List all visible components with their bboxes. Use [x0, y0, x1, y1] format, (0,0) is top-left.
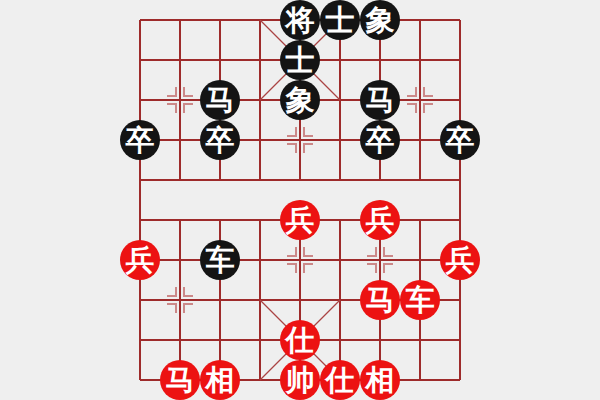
- piece-black-advisor[interactable]: 士: [280, 40, 320, 80]
- piece-red-soldier[interactable]: 兵: [120, 240, 160, 280]
- piece-red-advisor[interactable]: 仕: [280, 320, 320, 360]
- piece-black-elephant[interactable]: 象: [280, 80, 320, 120]
- piece-black-horse[interactable]: 马: [360, 80, 400, 120]
- piece-red-elephant[interactable]: 相: [200, 360, 240, 400]
- piece-red-chariot[interactable]: 车: [400, 280, 440, 320]
- piece-red-elephant[interactable]: 相: [360, 360, 400, 400]
- piece-black-chariot[interactable]: 车: [200, 240, 240, 280]
- piece-red-soldier[interactable]: 兵: [360, 200, 400, 240]
- piece-red-advisor[interactable]: 仕: [320, 360, 360, 400]
- xiangqi-board: 将士象士马象马卒卒卒卒兵兵兵车兵马车仕马相帅仕相: [0, 0, 600, 400]
- piece-red-horse[interactable]: 马: [160, 360, 200, 400]
- piece-red-soldier[interactable]: 兵: [440, 240, 480, 280]
- piece-black-elephant[interactable]: 象: [360, 0, 400, 40]
- piece-black-advisor[interactable]: 士: [320, 0, 360, 40]
- piece-red-horse[interactable]: 马: [360, 280, 400, 320]
- piece-black-soldier[interactable]: 卒: [200, 120, 240, 160]
- piece-red-general[interactable]: 帅: [280, 360, 320, 400]
- piece-red-soldier[interactable]: 兵: [280, 200, 320, 240]
- piece-black-horse[interactable]: 马: [200, 80, 240, 120]
- piece-black-soldier[interactable]: 卒: [360, 120, 400, 160]
- piece-black-soldier[interactable]: 卒: [120, 120, 160, 160]
- piece-black-soldier[interactable]: 卒: [440, 120, 480, 160]
- piece-black-general[interactable]: 将: [280, 0, 320, 40]
